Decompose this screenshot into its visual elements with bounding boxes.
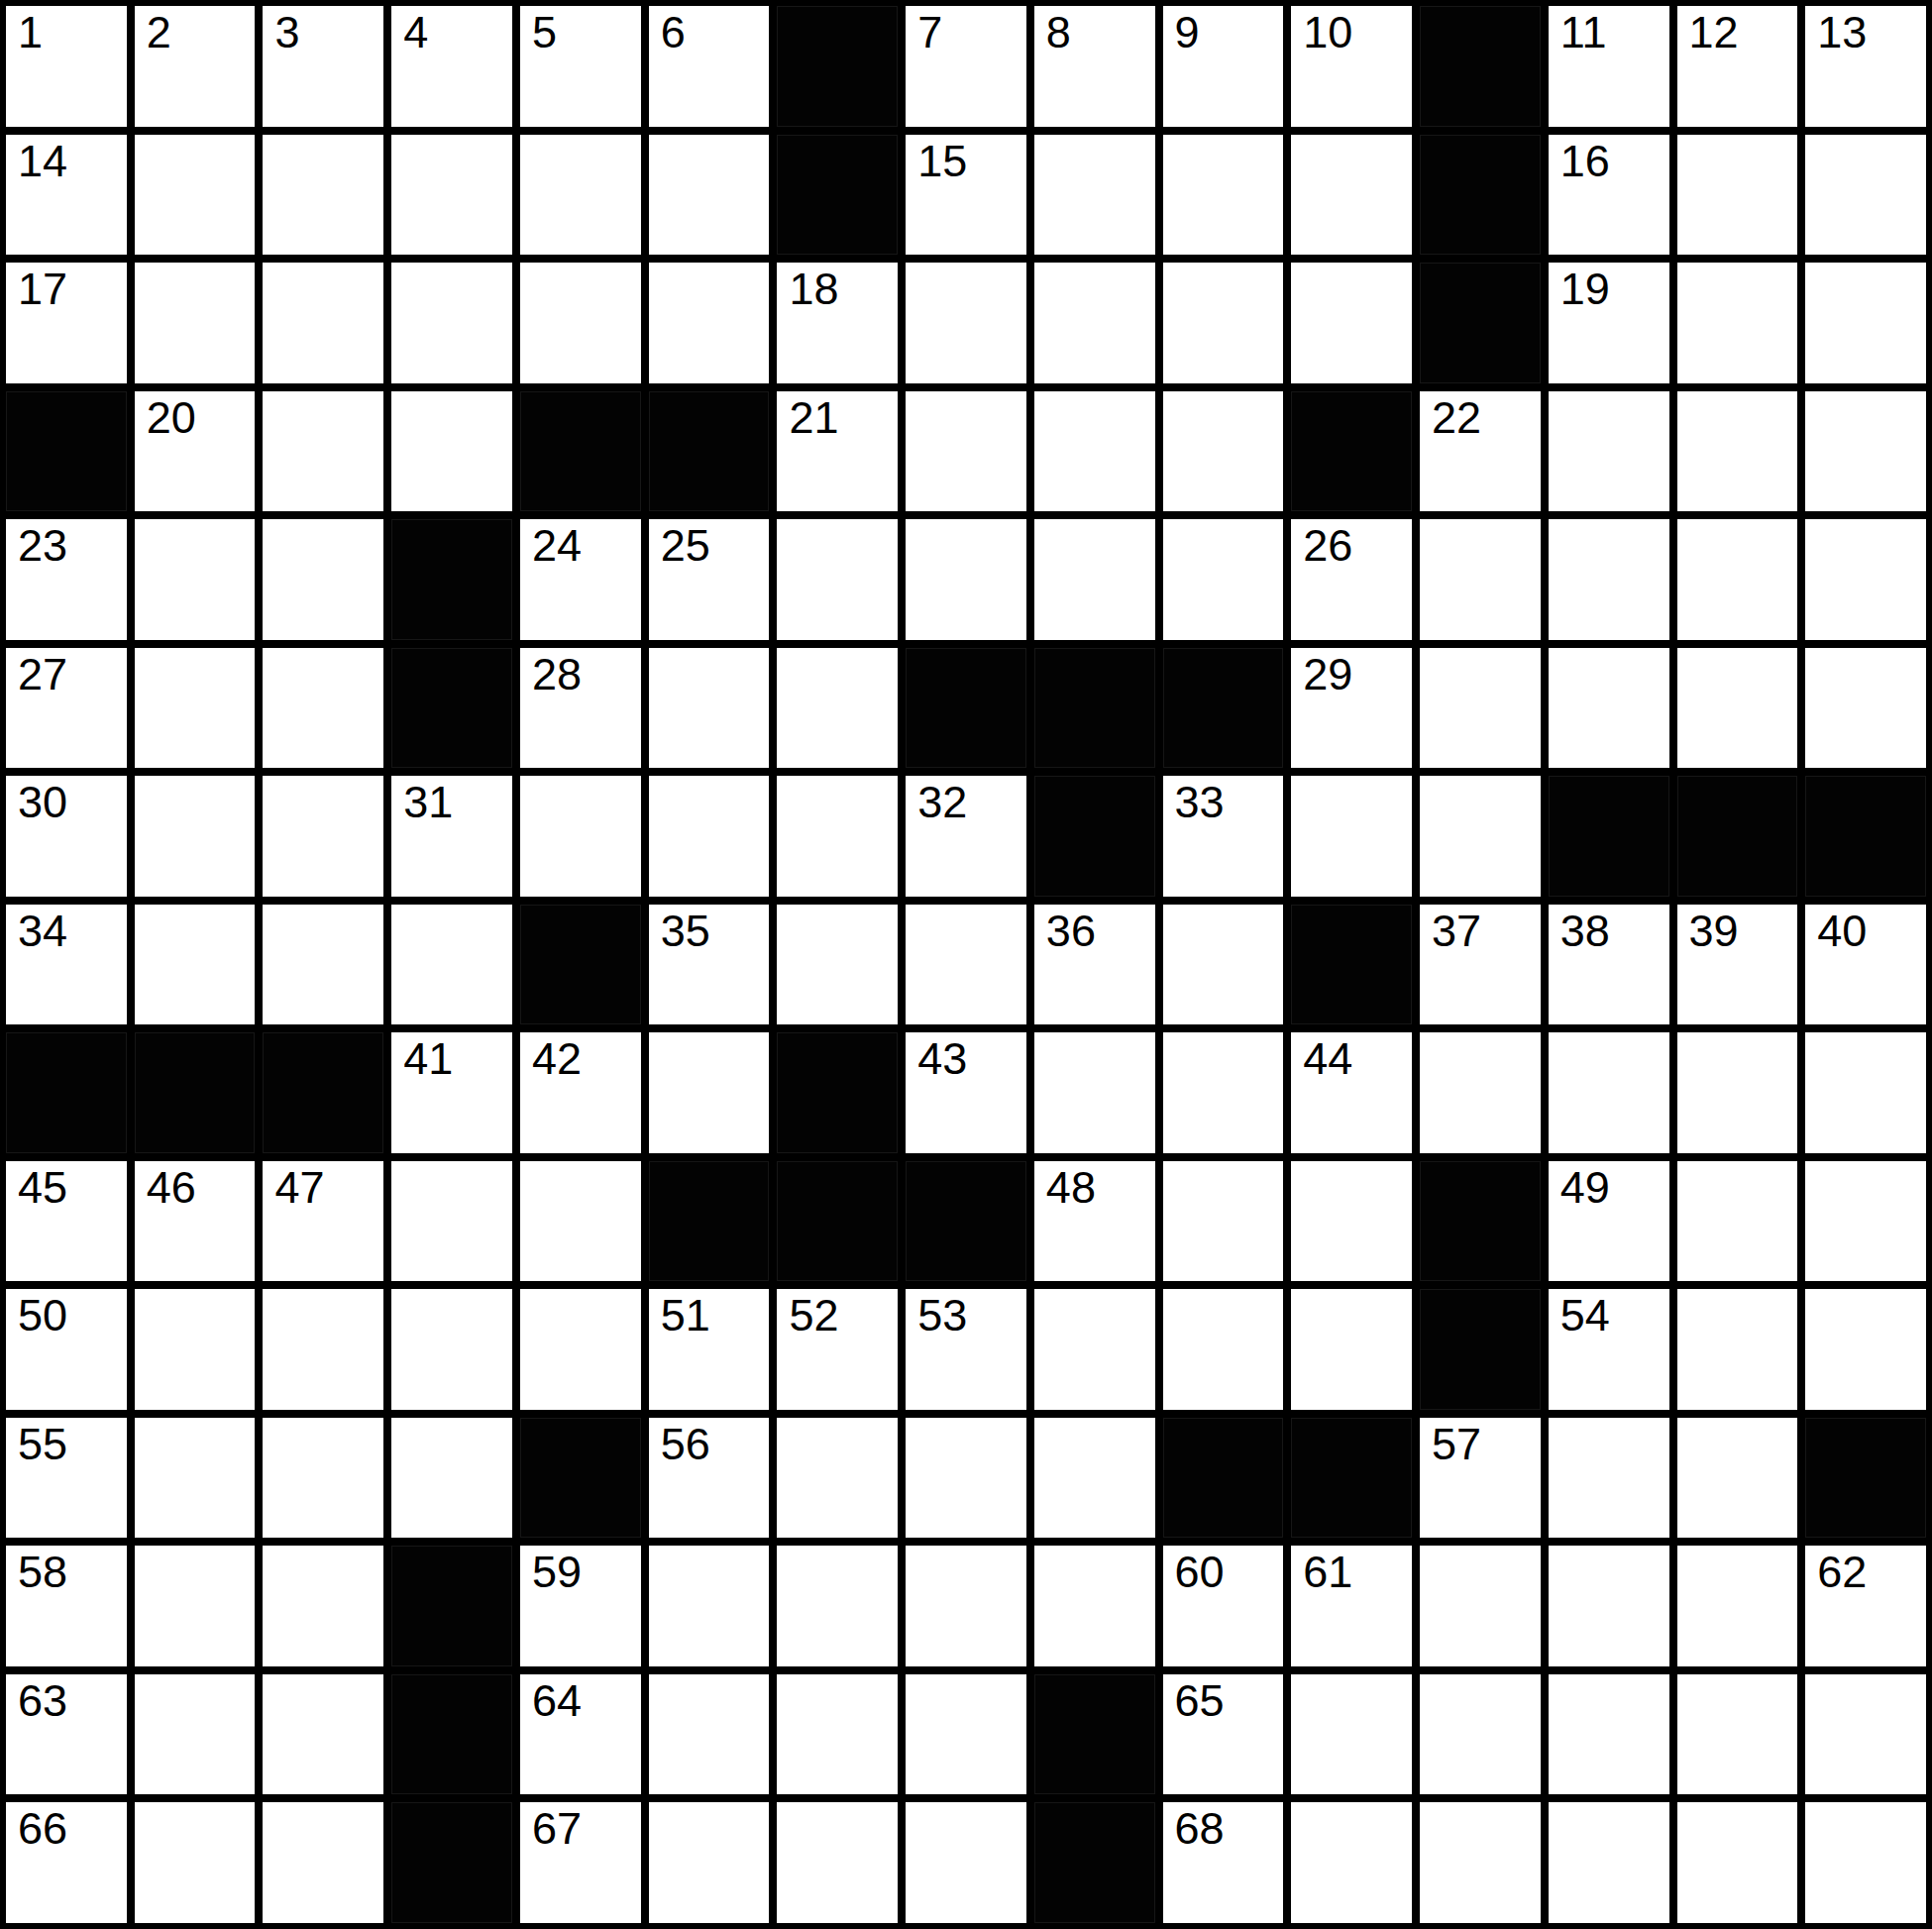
cell-r5c2[interactable]: [135, 519, 256, 640]
cell-r1c5[interactable]: 5: [520, 6, 641, 127]
cell-r15c11[interactable]: [1291, 1802, 1412, 1923]
clue-number-32: 32: [917, 778, 967, 827]
cell-r6c12[interactable]: [1420, 648, 1541, 769]
block-r10c7: [777, 1161, 898, 1282]
clue-number-44: 44: [1303, 1034, 1352, 1084]
cell-r14c8[interactable]: [906, 1674, 1026, 1795]
cell-r6c1[interactable]: 27: [6, 648, 127, 769]
cell-r8c1[interactable]: 34: [6, 905, 127, 1025]
cell-r15c2[interactable]: [135, 1802, 256, 1923]
cell-r2c9[interactable]: [1034, 135, 1155, 256]
clue-number-16: 16: [1560, 137, 1610, 186]
cell-r6c14[interactable]: [1677, 648, 1798, 769]
clue-number-37: 37: [1432, 907, 1481, 956]
cell-r1c3[interactable]: 3: [263, 6, 383, 127]
cell-r13c6[interactable]: [649, 1546, 770, 1666]
clue-number-60: 60: [1175, 1548, 1225, 1597]
cell-r7c2[interactable]: [135, 776, 256, 897]
clue-number-68: 68: [1175, 1804, 1225, 1854]
cell-r8c6[interactable]: 35: [649, 905, 770, 1025]
cell-r9c4[interactable]: 41: [391, 1032, 512, 1153]
clue-number-20: 20: [147, 393, 196, 443]
cell-r10c3[interactable]: 47: [263, 1161, 383, 1282]
cell-r6c7[interactable]: [777, 648, 898, 769]
block-r8c11: [1291, 905, 1412, 1025]
cell-r14c6[interactable]: [649, 1674, 770, 1795]
cell-r14c11[interactable]: [1291, 1674, 1412, 1795]
block-r9c3: [263, 1032, 383, 1153]
cell-r2c15[interactable]: [1805, 135, 1926, 256]
cell-r11c11[interactable]: [1291, 1289, 1412, 1410]
cell-r4c4[interactable]: [391, 391, 512, 512]
cell-r3c13[interactable]: 19: [1549, 263, 1669, 383]
block-r9c2: [135, 1032, 256, 1153]
clue-number-54: 54: [1560, 1291, 1610, 1340]
cell-r12c12[interactable]: 57: [1420, 1418, 1541, 1539]
clue-number-14: 14: [18, 137, 67, 186]
block-r7c14: [1677, 776, 1798, 897]
clue-number-47: 47: [274, 1163, 324, 1213]
cell-r5c9[interactable]: [1034, 519, 1155, 640]
cell-r10c15[interactable]: [1805, 1161, 1926, 1282]
cell-r12c2[interactable]: [135, 1418, 256, 1539]
cell-r2c5[interactable]: [520, 135, 641, 256]
block-r1c7: [777, 6, 898, 127]
cell-r13c7[interactable]: [777, 1546, 898, 1666]
cell-r3c7[interactable]: 18: [777, 263, 898, 383]
clue-number-41: 41: [403, 1034, 453, 1084]
cell-r4c13[interactable]: [1549, 391, 1669, 512]
cell-r11c14[interactable]: [1677, 1289, 1798, 1410]
clue-number-23: 23: [18, 521, 67, 571]
cell-r4c12[interactable]: 22: [1420, 391, 1541, 512]
clue-number-48: 48: [1046, 1163, 1096, 1213]
cell-r14c12[interactable]: [1420, 1674, 1541, 1795]
block-r11c12: [1420, 1289, 1541, 1410]
cell-r3c9[interactable]: [1034, 263, 1155, 383]
block-r4c1: [6, 391, 127, 512]
cell-r7c8[interactable]: 32: [906, 776, 1026, 897]
cell-r5c5[interactable]: 24: [520, 519, 641, 640]
cell-r1c13[interactable]: 11: [1549, 6, 1669, 127]
block-r12c15: [1805, 1418, 1926, 1539]
cell-r3c1[interactable]: 17: [6, 263, 127, 383]
cell-r11c6[interactable]: 51: [649, 1289, 770, 1410]
clue-number-9: 9: [1175, 8, 1200, 57]
clue-number-53: 53: [917, 1291, 967, 1340]
cell-r13c3[interactable]: [263, 1546, 383, 1666]
cell-r10c9[interactable]: 48: [1034, 1161, 1155, 1282]
cell-r8c10[interactable]: [1163, 905, 1284, 1025]
cell-r11c2[interactable]: [135, 1289, 256, 1410]
cell-r10c10[interactable]: [1163, 1161, 1284, 1282]
block-r8c5: [520, 905, 641, 1025]
clue-number-58: 58: [18, 1548, 67, 1597]
cell-r1c10[interactable]: 9: [1163, 6, 1284, 127]
clue-number-31: 31: [403, 778, 453, 827]
cell-r2c1[interactable]: 14: [6, 135, 127, 256]
block-r2c7: [777, 135, 898, 256]
cell-r14c15[interactable]: [1805, 1674, 1926, 1795]
cell-r3c2[interactable]: [135, 263, 256, 383]
cell-r2c14[interactable]: [1677, 135, 1798, 256]
cell-r8c12[interactable]: 37: [1420, 905, 1541, 1025]
cell-r12c7[interactable]: [777, 1418, 898, 1539]
cell-r1c14[interactable]: 12: [1677, 6, 1798, 127]
block-r7c9: [1034, 776, 1155, 897]
clue-number-7: 7: [917, 8, 942, 57]
cell-r14c13[interactable]: [1549, 1674, 1669, 1795]
cell-r13c9[interactable]: [1034, 1546, 1155, 1666]
block-r12c11: [1291, 1418, 1412, 1539]
cell-r1c9[interactable]: 8: [1034, 6, 1155, 127]
clue-number-38: 38: [1560, 907, 1610, 956]
cell-r3c8[interactable]: [906, 263, 1026, 383]
cell-r11c9[interactable]: [1034, 1289, 1155, 1410]
cell-r7c7[interactable]: [777, 776, 898, 897]
cell-r11c1[interactable]: 50: [6, 1289, 127, 1410]
cell-r15c13[interactable]: [1549, 1802, 1669, 1923]
cell-r1c4[interactable]: 4: [391, 6, 512, 127]
block-r14c4: [391, 1674, 512, 1795]
cell-r12c8[interactable]: [906, 1418, 1026, 1539]
cell-r2c4[interactable]: [391, 135, 512, 256]
cell-r14c3[interactable]: [263, 1674, 383, 1795]
cell-r13c14[interactable]: [1677, 1546, 1798, 1666]
block-r6c8: [906, 648, 1026, 769]
cell-r2c6[interactable]: [649, 135, 770, 256]
cell-r11c15[interactable]: [1805, 1289, 1926, 1410]
cell-r5c8[interactable]: [906, 519, 1026, 640]
clue-number-64: 64: [532, 1676, 582, 1726]
clue-number-12: 12: [1689, 8, 1739, 57]
cell-r15c8[interactable]: [906, 1802, 1026, 1923]
clue-number-66: 66: [18, 1804, 67, 1854]
cell-r15c7[interactable]: [777, 1802, 898, 1923]
cell-r4c15[interactable]: [1805, 391, 1926, 512]
clue-number-25: 25: [661, 521, 710, 571]
block-r13c4: [391, 1546, 512, 1666]
cell-r6c6[interactable]: [649, 648, 770, 769]
cell-r13c15[interactable]: 62: [1805, 1546, 1926, 1666]
clue-number-50: 50: [18, 1291, 67, 1340]
cell-r6c3[interactable]: [263, 648, 383, 769]
cell-r8c14[interactable]: 39: [1677, 905, 1798, 1025]
cell-r11c5[interactable]: [520, 1289, 641, 1410]
cell-r5c13[interactable]: [1549, 519, 1669, 640]
cell-r10c1[interactable]: 45: [6, 1161, 127, 1282]
cell-r13c8[interactable]: [906, 1546, 1026, 1666]
cell-r9c14[interactable]: [1677, 1032, 1798, 1153]
cell-r13c1[interactable]: 58: [6, 1546, 127, 1666]
block-r5c4: [391, 519, 512, 640]
cell-r12c14[interactable]: [1677, 1418, 1798, 1539]
block-r4c5: [520, 391, 641, 512]
cell-r7c10[interactable]: 33: [1163, 776, 1284, 897]
cell-r7c11[interactable]: [1291, 776, 1412, 897]
clue-number-11: 11: [1560, 8, 1607, 57]
block-r15c4: [391, 1802, 512, 1923]
cell-r2c10[interactable]: [1163, 135, 1284, 256]
cell-r6c2[interactable]: [135, 648, 256, 769]
cell-r8c4[interactable]: [391, 905, 512, 1025]
cell-r4c3[interactable]: [263, 391, 383, 512]
clue-number-22: 22: [1432, 393, 1481, 443]
block-r12c5: [520, 1418, 641, 1539]
cell-r7c1[interactable]: 30: [6, 776, 127, 897]
cell-r4c8[interactable]: [906, 391, 1026, 512]
clue-number-4: 4: [403, 8, 428, 57]
clue-number-49: 49: [1560, 1163, 1610, 1213]
block-r6c4: [391, 648, 512, 769]
cell-r6c13[interactable]: [1549, 648, 1669, 769]
cell-r8c15[interactable]: 40: [1805, 905, 1926, 1025]
cell-r8c7[interactable]: [777, 905, 898, 1025]
cell-r3c5[interactable]: [520, 263, 641, 383]
cell-r1c6[interactable]: 6: [649, 6, 770, 127]
cell-r1c1[interactable]: 1: [6, 6, 127, 127]
cell-r4c10[interactable]: [1163, 391, 1284, 512]
cell-r13c2[interactable]: [135, 1546, 256, 1666]
clue-number-36: 36: [1046, 907, 1096, 956]
clue-number-51: 51: [661, 1291, 710, 1340]
cell-r3c6[interactable]: [649, 263, 770, 383]
clue-number-33: 33: [1175, 778, 1225, 827]
cell-r11c10[interactable]: [1163, 1289, 1284, 1410]
cell-r11c8[interactable]: 53: [906, 1289, 1026, 1410]
cell-r11c3[interactable]: [263, 1289, 383, 1410]
clue-number-35: 35: [661, 907, 710, 956]
cell-r5c3[interactable]: [263, 519, 383, 640]
block-r7c13: [1549, 776, 1669, 897]
cell-r13c5[interactable]: 59: [520, 1546, 641, 1666]
cell-r4c9[interactable]: [1034, 391, 1155, 512]
cell-r5c14[interactable]: [1677, 519, 1798, 640]
clue-number-40: 40: [1817, 907, 1867, 956]
cell-r15c14[interactable]: [1677, 1802, 1798, 1923]
clue-number-55: 55: [18, 1420, 67, 1469]
cell-r7c3[interactable]: [263, 776, 383, 897]
cell-r10c13[interactable]: 49: [1549, 1161, 1669, 1282]
cell-r8c8[interactable]: [906, 905, 1026, 1025]
clue-number-10: 10: [1303, 8, 1352, 57]
clue-number-24: 24: [532, 521, 582, 571]
cell-r7c4[interactable]: 31: [391, 776, 512, 897]
block-r10c6: [649, 1161, 770, 1282]
clue-number-26: 26: [1303, 521, 1352, 571]
cell-r5c6[interactable]: 25: [649, 519, 770, 640]
cell-r10c2[interactable]: 46: [135, 1161, 256, 1282]
clue-number-3: 3: [274, 8, 299, 57]
cell-r5c11[interactable]: 26: [1291, 519, 1412, 640]
cell-r8c2[interactable]: [135, 905, 256, 1025]
block-r6c9: [1034, 648, 1155, 769]
block-r1c12: [1420, 6, 1541, 127]
cell-r12c9[interactable]: [1034, 1418, 1155, 1539]
cell-r2c2[interactable]: [135, 135, 256, 256]
cell-r8c3[interactable]: [263, 905, 383, 1025]
block-r7c15: [1805, 776, 1926, 897]
cell-r14c14[interactable]: [1677, 1674, 1798, 1795]
clue-number-8: 8: [1046, 8, 1071, 57]
cell-r15c15[interactable]: [1805, 1802, 1926, 1923]
cell-r1c2[interactable]: 2: [135, 6, 256, 127]
cell-r4c2[interactable]: 20: [135, 391, 256, 512]
cell-r13c10[interactable]: 60: [1163, 1546, 1284, 1666]
cell-r5c12[interactable]: [1420, 519, 1541, 640]
clue-number-18: 18: [789, 265, 838, 314]
clue-number-34: 34: [18, 907, 67, 956]
cell-r1c8[interactable]: 7: [906, 6, 1026, 127]
cell-r15c5[interactable]: 67: [520, 1802, 641, 1923]
cell-r5c10[interactable]: [1163, 519, 1284, 640]
cell-r2c11[interactable]: [1291, 135, 1412, 256]
clue-number-62: 62: [1817, 1548, 1867, 1597]
cell-r5c7[interactable]: [777, 519, 898, 640]
cell-r10c11[interactable]: [1291, 1161, 1412, 1282]
clue-number-45: 45: [18, 1163, 67, 1213]
cell-r2c8[interactable]: 15: [906, 135, 1026, 256]
cell-r7c6[interactable]: [649, 776, 770, 897]
clue-number-28: 28: [532, 650, 582, 699]
block-r3c12: [1420, 263, 1541, 383]
clue-number-61: 61: [1303, 1548, 1352, 1597]
cell-r3c3[interactable]: [263, 263, 383, 383]
clue-number-5: 5: [532, 8, 557, 57]
clue-number-43: 43: [917, 1034, 967, 1084]
cell-r2c3[interactable]: [263, 135, 383, 256]
cell-r5c15[interactable]: [1805, 519, 1926, 640]
cell-r13c13[interactable]: [1549, 1546, 1669, 1666]
cell-r6c15[interactable]: [1805, 648, 1926, 769]
block-r12c10: [1163, 1418, 1284, 1539]
clue-number-1: 1: [18, 8, 43, 57]
clue-number-39: 39: [1689, 907, 1739, 956]
cell-r12c1[interactable]: 55: [6, 1418, 127, 1539]
cell-r5c1[interactable]: 23: [6, 519, 127, 640]
cell-r12c6[interactable]: 56: [649, 1418, 770, 1539]
cell-r10c5[interactable]: [520, 1161, 641, 1282]
clue-number-17: 17: [18, 265, 67, 314]
clue-number-65: 65: [1175, 1676, 1225, 1726]
cell-r15c6[interactable]: [649, 1802, 770, 1923]
cell-r15c12[interactable]: [1420, 1802, 1541, 1923]
cell-r6c5[interactable]: 28: [520, 648, 641, 769]
cell-r3c4[interactable]: [391, 263, 512, 383]
clue-number-56: 56: [661, 1420, 710, 1469]
cell-r10c4[interactable]: [391, 1161, 512, 1282]
cell-r13c11[interactable]: 61: [1291, 1546, 1412, 1666]
block-r9c1: [6, 1032, 127, 1153]
clue-number-2: 2: [147, 8, 171, 57]
cell-r9c6[interactable]: [649, 1032, 770, 1153]
clue-number-29: 29: [1303, 650, 1352, 699]
clue-number-27: 27: [18, 650, 67, 699]
clue-number-46: 46: [147, 1163, 196, 1213]
block-r10c8: [906, 1161, 1026, 1282]
cell-r9c12[interactable]: [1420, 1032, 1541, 1153]
block-r4c6: [649, 391, 770, 512]
cell-r11c13[interactable]: 54: [1549, 1289, 1669, 1410]
cell-r14c5[interactable]: 64: [520, 1674, 641, 1795]
clue-number-19: 19: [1560, 265, 1610, 314]
block-r4c11: [1291, 391, 1412, 512]
clue-number-42: 42: [532, 1034, 582, 1084]
cell-r9c8[interactable]: 43: [906, 1032, 1026, 1153]
cell-r11c4[interactable]: [391, 1289, 512, 1410]
cell-r9c10[interactable]: [1163, 1032, 1284, 1153]
cell-r6c11[interactable]: 29: [1291, 648, 1412, 769]
clue-number-6: 6: [661, 8, 686, 57]
cell-r14c1[interactable]: 63: [6, 1674, 127, 1795]
cell-r12c13[interactable]: [1549, 1418, 1669, 1539]
cell-r7c12[interactable]: [1420, 776, 1541, 897]
cell-r9c9[interactable]: [1034, 1032, 1155, 1153]
cell-r14c7[interactable]: [777, 1674, 898, 1795]
block-r10c12: [1420, 1161, 1541, 1282]
cell-r3c14[interactable]: [1677, 263, 1798, 383]
block-r6c10: [1163, 648, 1284, 769]
cell-r15c3[interactable]: [263, 1802, 383, 1923]
cell-r15c1[interactable]: 66: [6, 1802, 127, 1923]
cell-r11c7[interactable]: 52: [777, 1289, 898, 1410]
cell-r9c5[interactable]: 42: [520, 1032, 641, 1153]
cell-r2c13[interactable]: 16: [1549, 135, 1669, 256]
clue-number-30: 30: [18, 778, 67, 827]
clue-number-59: 59: [532, 1548, 582, 1597]
clue-number-13: 13: [1817, 8, 1867, 57]
clue-number-52: 52: [789, 1291, 838, 1340]
cell-r9c11[interactable]: 44: [1291, 1032, 1412, 1153]
clue-number-15: 15: [917, 137, 967, 186]
cell-r7c5[interactable]: [520, 776, 641, 897]
cell-r4c7[interactable]: 21: [777, 391, 898, 512]
block-r15c9: [1034, 1802, 1155, 1923]
crossword-grid: 1234567891011121314151617181920212223242…: [0, 0, 1932, 1929]
cell-r1c11[interactable]: 10: [1291, 6, 1412, 127]
cell-r14c2[interactable]: [135, 1674, 256, 1795]
cell-r15c10[interactable]: 68: [1163, 1802, 1284, 1923]
clue-number-57: 57: [1432, 1420, 1481, 1469]
cell-r3c10[interactable]: [1163, 263, 1284, 383]
cell-r9c13[interactable]: [1549, 1032, 1669, 1153]
cell-r1c15[interactable]: 13: [1805, 6, 1926, 127]
cell-r13c12[interactable]: [1420, 1546, 1541, 1666]
cell-r14c10[interactable]: 65: [1163, 1674, 1284, 1795]
cell-r12c3[interactable]: [263, 1418, 383, 1539]
block-r9c7: [777, 1032, 898, 1153]
block-r2c12: [1420, 135, 1541, 256]
clue-number-63: 63: [18, 1676, 67, 1726]
cell-r9c15[interactable]: [1805, 1032, 1926, 1153]
cell-r4c14[interactable]: [1677, 391, 1798, 512]
cell-r3c15[interactable]: [1805, 263, 1926, 383]
cell-r8c9[interactable]: 36: [1034, 905, 1155, 1025]
cell-r10c14[interactable]: [1677, 1161, 1798, 1282]
cell-r12c4[interactable]: [391, 1418, 512, 1539]
clue-number-21: 21: [789, 393, 838, 443]
cell-r8c13[interactable]: 38: [1549, 905, 1669, 1025]
block-r14c9: [1034, 1674, 1155, 1795]
cell-r3c11[interactable]: [1291, 263, 1412, 383]
clue-number-67: 67: [532, 1804, 582, 1854]
